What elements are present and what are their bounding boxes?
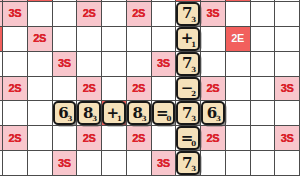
cell-r6c8[interactable]: =0: [176, 126, 201, 151]
cell-r5c4[interactable]: 83: [77, 101, 102, 126]
cell-r2c11[interactable]: [251, 27, 276, 52]
cell-r4c10[interactable]: [226, 77, 251, 102]
tile-point-value: 3: [191, 16, 196, 23]
cell-r3c11[interactable]: [251, 52, 276, 77]
cell-r7c5[interactable]: [102, 151, 127, 176]
cell-r4c3[interactable]: [53, 77, 78, 102]
cell-r6c4-bonus-2S[interactable]: 2S: [77, 126, 102, 151]
cell-r2c9[interactable]: [201, 27, 226, 52]
cell-r7c6[interactable]: [127, 151, 152, 176]
cell-r6c5[interactable]: [102, 126, 127, 151]
cell-r5c1[interactable]: [3, 101, 28, 126]
tile-=-r6c8[interactable]: =0: [176, 126, 200, 150]
bonus-label-2S: 2S: [206, 133, 219, 144]
cell-r7c1[interactable]: [3, 151, 28, 176]
bonus-label-2S: 2S: [83, 8, 96, 19]
cell-r5c8[interactable]: 73: [176, 101, 201, 126]
cell-r5c5-bonus-2E[interactable]: +1: [102, 101, 127, 126]
tile-point-value: 1: [117, 115, 122, 122]
cell-r6c9-bonus-2S[interactable]: 2S: [201, 126, 226, 151]
cell-r2c4[interactable]: [77, 27, 102, 52]
tile-point-value: 3: [191, 66, 196, 73]
cell-r7c11[interactable]: [251, 151, 276, 176]
bonus-label-2S: 2S: [132, 8, 145, 19]
cell-r6c12-bonus-3S[interactable]: 3S: [275, 126, 300, 151]
bonus-label-3S: 3S: [206, 8, 219, 19]
cell-r3c4[interactable]: [77, 52, 102, 77]
bonus-label-3S: 3S: [157, 158, 170, 169]
cell-r5c11[interactable]: [251, 101, 276, 126]
cell-r2c8[interactable]: +1: [176, 27, 201, 52]
bonus-label-2E: 2E: [231, 33, 244, 44]
cell-r3c6[interactable]: [127, 52, 152, 77]
tile-7-r5c8[interactable]: 73: [176, 101, 200, 125]
cell-r4c6-bonus-2S[interactable]: 2S: [127, 77, 152, 102]
bonus-label-2S: 2S: [83, 83, 96, 94]
tile-8-r5c6[interactable]: 83: [127, 101, 151, 125]
cell-r3c10[interactable]: [226, 52, 251, 77]
cell-r1c8[interactable]: 73: [176, 2, 201, 27]
cell-r6c10[interactable]: [226, 126, 251, 151]
cell-r1c1-bonus-3S[interactable]: 3S: [3, 2, 28, 27]
cell-r5c2[interactable]: [28, 101, 53, 126]
cell-r6c6-bonus-2S[interactable]: 2S: [127, 126, 152, 151]
cell-r1c12[interactable]: [275, 2, 300, 27]
bonus-label-3S: 3S: [281, 133, 294, 144]
cell-r3c8[interactable]: 73: [176, 52, 201, 77]
cell-r2c6[interactable]: [127, 27, 152, 52]
cell-r5c9[interactable]: 63: [201, 101, 226, 126]
tile-7-r1c8[interactable]: 73: [176, 2, 200, 26]
cell-r3c1[interactable]: [3, 52, 28, 77]
cell-r5c10[interactable]: [226, 101, 251, 126]
cell-r1c11[interactable]: [251, 2, 276, 27]
cell-r2c10-bonus-2E[interactable]: 2E: [226, 27, 251, 52]
cell-r3c12[interactable]: [275, 52, 300, 77]
bonus-label-3S: 3S: [58, 158, 71, 169]
cell-r1c5[interactable]: [102, 2, 127, 27]
cell-r7c3-bonus-3S[interactable]: 3S: [53, 151, 78, 176]
cell-r4c7[interactable]: [152, 77, 177, 102]
game-board: 3S2S2S733S2S+12E3S3S732S2S2S−22S3S6383+1…: [0, 0, 300, 176]
tile-+-r5c5[interactable]: +1: [102, 101, 126, 125]
cell-r4c2[interactable]: [28, 77, 53, 102]
cell-r3c9[interactable]: [201, 52, 226, 77]
cell-r6c1-bonus-2S[interactable]: 2S: [3, 126, 28, 151]
cell-r3c7-bonus-3S[interactable]: 3S: [152, 52, 177, 77]
tile-8-r5c4[interactable]: 83: [77, 101, 101, 125]
tile-point-value: 3: [191, 115, 196, 122]
cell-r1c10[interactable]: [226, 2, 251, 27]
cell-r4c12-bonus-3S[interactable]: 3S: [275, 77, 300, 102]
cell-r4c4-bonus-2S[interactable]: 2S: [77, 77, 102, 102]
cell-r1c6-bonus-2S[interactable]: 2S: [127, 2, 152, 27]
cell-r1c2[interactable]: [28, 2, 53, 27]
tile-=-r5c7[interactable]: =0: [152, 101, 176, 125]
cell-r5c7[interactable]: =0: [152, 101, 177, 126]
cell-r1c7[interactable]: [152, 2, 177, 27]
cell-r6c11[interactable]: [251, 126, 276, 151]
cell-r2c5[interactable]: [102, 27, 127, 52]
tile-point-value: 3: [92, 115, 97, 122]
cell-r3c2[interactable]: [28, 52, 53, 77]
bonus-label-2S: 2S: [132, 133, 145, 144]
cell-r4c9-bonus-2S[interactable]: 2S: [201, 77, 226, 102]
tile-point-value: 3: [67, 115, 72, 122]
cell-r1c9-bonus-3S[interactable]: 3S: [201, 2, 226, 27]
bonus-label-2S: 2S: [8, 83, 21, 94]
cell-r5c12[interactable]: [275, 101, 300, 126]
tile-point-value: 3: [216, 115, 221, 122]
tile-6-r5c3[interactable]: 63: [53, 101, 77, 125]
cell-r2c12[interactable]: [275, 27, 300, 52]
cell-r5c6[interactable]: 83: [127, 101, 152, 126]
cell-r7c2[interactable]: [28, 151, 53, 176]
cell-r7c7-bonus-3S[interactable]: 3S: [152, 151, 177, 176]
tile-point-value: 0: [191, 140, 196, 147]
tile-point-value: 1: [191, 41, 196, 48]
bonus-label-3S: 3S: [157, 58, 170, 69]
tile-point-value: 0: [166, 115, 171, 122]
bonus-label-3S: 3S: [8, 8, 21, 19]
cell-r4c5[interactable]: [102, 77, 127, 102]
cell-r1c4-bonus-2S[interactable]: 2S: [77, 2, 102, 27]
cell-r4c11[interactable]: [251, 77, 276, 102]
tile-point-value: 2: [191, 90, 196, 97]
tile-6-r5c9[interactable]: 63: [201, 101, 225, 125]
cell-r1c3[interactable]: [53, 2, 78, 27]
cell-r7c9[interactable]: [201, 151, 226, 176]
cell-r6c7[interactable]: [152, 126, 177, 151]
tile-point-value: 3: [191, 165, 196, 172]
cell-r7c10[interactable]: [226, 151, 251, 176]
bonus-label-3S: 3S: [281, 83, 294, 94]
cell-r2c2-bonus-2S[interactable]: 2S: [28, 27, 53, 52]
bonus-label-2S: 2S: [8, 133, 21, 144]
cell-r2c3[interactable]: [53, 27, 78, 52]
cell-r3c3-bonus-3S[interactable]: 3S: [53, 52, 78, 77]
cell-r4c8[interactable]: −2: [176, 77, 201, 102]
cell-r3c5[interactable]: [102, 52, 127, 77]
cell-r7c8[interactable]: 73: [176, 151, 201, 176]
cell-r7c4[interactable]: [77, 151, 102, 176]
cell-r2c1[interactable]: [3, 27, 28, 52]
cell-r4c1-bonus-2S[interactable]: 2S: [3, 77, 28, 102]
bonus-label-2S: 2S: [83, 133, 96, 144]
bonus-label-2S: 2S: [33, 33, 46, 44]
cell-r5c3[interactable]: 63: [53, 101, 78, 126]
bonus-label-3S: 3S: [58, 58, 71, 69]
cell-r2c7[interactable]: [152, 27, 177, 52]
bonus-label-2S: 2S: [132, 83, 145, 94]
cell-r6c3[interactable]: [53, 126, 78, 151]
tile-−-r4c8[interactable]: −2: [176, 77, 200, 101]
tile-point-value: 3: [142, 115, 147, 122]
tile-7-r7c8[interactable]: 73: [176, 151, 200, 175]
tile-7-r3c8[interactable]: 73: [176, 52, 200, 76]
cell-r7c12[interactable]: [275, 151, 300, 176]
cell-r6c2[interactable]: [28, 126, 53, 151]
tile-+-r2c8[interactable]: +1: [176, 27, 200, 51]
bonus-label-2S: 2S: [206, 83, 219, 94]
